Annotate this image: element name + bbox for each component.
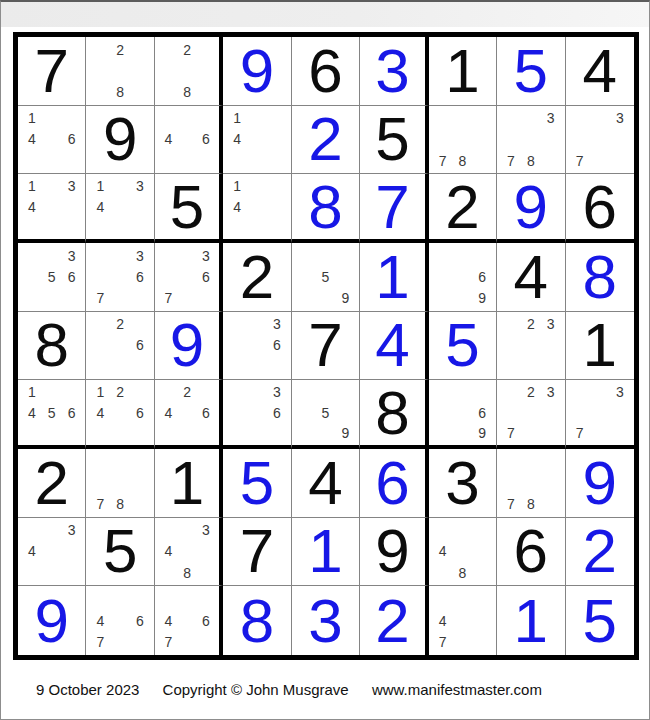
cell-r7c4[interactable]: 5 [223,449,291,518]
candidate-slot-empty [90,39,110,60]
cell-value-solved: 9 [170,314,204,376]
candidate-slot-empty [541,150,561,171]
cell-r6c2[interactable]: 1246 [86,380,154,449]
candidate-slot-empty [316,287,336,308]
cell-r8c3[interactable]: 348 [155,518,223,587]
candidate-slot-empty [110,197,130,217]
candidate-slot-empty [541,403,561,423]
candidate-slot-empty [159,150,178,171]
candidate-slot-empty [433,108,453,129]
candidate-slot-empty [247,403,267,423]
cell-value-given: 6 [514,520,548,582]
candidate-digit: 7 [159,631,178,653]
candidate-digit: 9 [335,287,355,308]
candidate-slot-empty [433,129,453,150]
candidate-slot-empty [433,423,453,443]
candidate-slot-empty [197,588,216,610]
candidate-slot-empty [433,562,453,583]
candidate-digit: 4 [433,541,453,562]
candidate-slot-empty [130,451,150,472]
candidate-slot-empty [227,403,247,423]
cell-value-given: 6 [308,40,342,102]
candidate-slot-empty [227,150,247,171]
candidate-digit: 4 [90,403,110,423]
cell-r3c1[interactable]: 134 [18,174,86,243]
candidate-slot-empty [335,403,355,423]
candidate-slot-empty [227,217,247,237]
candidate-slot-empty [521,472,541,493]
candidate-slot-empty [110,588,130,610]
cell-value-solved: 1 [514,590,548,652]
cell-r9c5[interactable]: 3 [292,586,360,655]
candidate-slot-empty [130,493,150,514]
cell-r9c9[interactable]: 5 [566,586,634,655]
cell-r3c8[interactable]: 9 [497,174,565,243]
cell-value-given: 2 [34,452,68,514]
candidate-digit: 5 [42,266,62,287]
cell-r8c2[interactable]: 5 [86,518,154,587]
cell-r5c7[interactable]: 5 [429,312,497,381]
candidate-digit: 7 [570,423,590,443]
candidate-slot-empty [521,356,541,377]
candidate-slot-empty [570,382,590,402]
candidate-digit: 1 [227,176,247,196]
candidate-digit: 3 [267,314,287,335]
candidate-slot-empty [501,403,521,423]
cell-r4c6[interactable]: 1 [360,243,428,312]
candidate-digit: 3 [62,245,82,266]
cell-r2c9[interactable]: 37 [566,106,634,175]
candidates-grid: 134 [90,176,149,237]
cell-r7c9[interactable]: 9 [566,449,634,518]
cell-r8c9[interactable]: 2 [566,518,634,587]
candidate-slot-empty [501,335,521,356]
candidate-slot-empty [90,314,110,335]
candidate-slot-empty [335,266,355,287]
cell-r7c3[interactable]: 1 [155,449,223,518]
candidates-grid: 37 [570,108,630,172]
cell-r5c5[interactable]: 7 [292,312,360,381]
cell-r5c6[interactable]: 4 [360,312,428,381]
candidate-digit: 4 [227,129,247,150]
candidate-slot-empty [90,451,110,472]
cell-value-solved: 7 [375,176,409,238]
candidate-slot-empty [178,541,197,562]
candidate-slot-empty [159,562,178,583]
cell-value-solved: 2 [375,590,409,652]
candidate-slot-empty [267,197,287,217]
cell-r2c2[interactable]: 9 [86,106,154,175]
candidate-digit: 2 [110,39,130,60]
cell-r6c1[interactable]: 1456 [18,380,86,449]
candidate-digit: 3 [130,245,150,266]
candidate-slot-empty [178,245,197,266]
candidate-slot-empty [501,451,521,472]
cell-value-given: 2 [445,176,479,238]
candidate-slot-empty [610,150,630,171]
candidate-digit: 4 [90,610,110,632]
candidates-grid: 78 [433,108,492,172]
cell-r9c7[interactable]: 47 [429,586,497,655]
candidates-grid: 59 [296,245,355,309]
cell-r3c4[interactable]: 14 [223,174,291,243]
cell-r3c9[interactable]: 6 [566,174,634,243]
candidate-digit: 2 [521,382,541,402]
candidate-slot-empty [197,60,216,81]
candidate-slot-empty [267,217,287,237]
candidate-digit: 4 [22,129,42,150]
candidate-digit: 2 [178,382,197,402]
candidate-digit: 3 [610,108,630,129]
candidates-grid: 1456 [22,382,81,443]
candidate-slot-empty [197,541,216,562]
candidate-slot-empty [472,108,492,129]
cell-r1c8[interactable]: 5 [497,37,565,106]
candidate-digit: 3 [197,245,216,266]
cell-r2c6[interactable]: 5 [360,106,428,175]
cell-r2c8[interactable]: 378 [497,106,565,175]
cell-r5c1[interactable]: 8 [18,312,86,381]
candidate-slot-empty [178,150,197,171]
candidate-slot-empty [22,423,42,443]
cell-r4c3[interactable]: 367 [155,243,223,312]
cell-r7c1[interactable]: 2 [18,449,86,518]
candidate-digit: 6 [62,129,82,150]
cell-r3c3[interactable]: 5 [155,174,223,243]
candidate-digit: 3 [541,314,561,335]
candidate-slot-empty [110,451,130,472]
candidate-slot-empty [62,287,82,308]
candidate-digit: 5 [42,403,62,423]
cell-r9c1[interactable]: 9 [18,586,86,655]
cell-r1c4[interactable]: 9 [223,37,291,106]
candidate-slot-empty [610,403,630,423]
candidate-slot-empty [296,382,316,402]
cell-r4c7[interactable]: 69 [429,243,497,312]
candidate-slot-empty [130,314,150,335]
cell-r5c2[interactable]: 26 [86,312,154,381]
cell-value-given: 7 [240,520,274,582]
candidate-digit: 7 [501,150,521,171]
cell-r6c4[interactable]: 36 [223,380,291,449]
cell-r8c6[interactable]: 9 [360,518,428,587]
candidate-slot-empty [159,588,178,610]
candidate-slot-empty [42,197,62,217]
cell-r8c8[interactable]: 6 [497,518,565,587]
footer-website: www.manifestmaster.com [372,681,542,698]
candidate-slot-empty [521,335,541,356]
candidate-slot-empty [472,245,492,266]
candidate-slot-empty [90,356,110,377]
candidate-digit: 7 [90,631,110,653]
candidate-slot-empty [62,382,82,402]
candidate-slot-empty [110,610,130,632]
candidate-slot-empty [472,129,492,150]
cell-r5c8[interactable]: 23 [497,312,565,381]
candidate-slot-empty [130,588,150,610]
cell-r6c3[interactable]: 246 [155,380,223,449]
candidates-grid: 46 [159,108,215,172]
candidate-slot-empty [90,217,110,237]
candidate-slot-empty [90,423,110,443]
cell-value-solved: 5 [240,452,274,514]
cell-r6c9[interactable]: 37 [566,380,634,449]
candidate-digit: 1 [22,382,42,402]
candidates-grid: 28 [159,39,215,103]
candidate-slot-empty [472,541,492,562]
cell-r1c6[interactable]: 3 [360,37,428,106]
cell-r2c1[interactable]: 146 [18,106,86,175]
candidate-digit: 6 [130,403,150,423]
candidates-grid: 14 [227,176,286,237]
cell-r7c5[interactable]: 4 [292,449,360,518]
candidate-digit: 4 [159,610,178,632]
candidate-slot-empty [472,588,492,610]
cell-value-solved: 8 [308,176,342,238]
cell-value-given: 4 [308,452,342,514]
candidate-slot-empty [22,287,42,308]
candidate-digit: 9 [335,423,355,443]
candidate-slot-empty [42,129,62,150]
candidate-digit: 4 [22,403,42,423]
candidate-slot-empty [42,108,62,129]
candidate-slot-empty [247,314,267,335]
candidate-slot-empty [590,403,610,423]
cell-r9c8[interactable]: 1 [497,586,565,655]
cell-r7c8[interactable]: 78 [497,449,565,518]
candidate-slot-empty [110,356,130,377]
cell-r1c5[interactable]: 6 [292,37,360,106]
cell-r8c5[interactable]: 1 [292,518,360,587]
cell-value-given: 5 [103,520,137,582]
candidate-digit: 2 [178,39,197,60]
candidate-slot-empty [501,356,521,377]
candidate-slot-empty [452,520,472,541]
candidate-digit: 8 [178,81,197,102]
candidates-grid: 36 [227,314,286,378]
candidate-digit: 6 [472,403,492,423]
candidate-slot-empty [90,60,110,81]
cell-r9c3[interactable]: 467 [155,586,223,655]
sudoku-page: 7282896315414694614257837837134134514872… [0,0,650,720]
cell-r6c7[interactable]: 69 [429,380,497,449]
candidate-slot-empty [296,423,316,443]
cell-value-solved: 9 [34,590,68,652]
candidate-slot-empty [159,382,178,402]
cell-r2c7[interactable]: 78 [429,106,497,175]
candidate-slot-empty [178,108,197,129]
cell-r7c6[interactable]: 6 [360,449,428,518]
cell-r9c4[interactable]: 8 [223,586,291,655]
candidate-slot-empty [452,631,472,653]
candidate-slot-empty [130,217,150,237]
candidate-slot-empty [247,176,267,196]
candidate-slot-empty [452,108,472,129]
candidate-slot-empty [501,314,521,335]
cell-r8c1[interactable]: 34 [18,518,86,587]
candidate-slot-empty [472,610,492,632]
cell-value-given: 1 [445,40,479,102]
cell-r2c5[interactable]: 2 [292,106,360,175]
cell-value-solved: 2 [308,108,342,170]
cell-r9c2[interactable]: 467 [86,586,154,655]
cell-r4c5[interactable]: 59 [292,243,360,312]
candidate-slot-empty [62,541,82,562]
cell-r6c8[interactable]: 237 [497,380,565,449]
candidate-slot-empty [110,60,130,81]
cell-r3c6[interactable]: 7 [360,174,428,243]
candidate-slot-empty [22,245,42,266]
candidate-slot-empty [197,382,216,402]
cell-value-solved: 6 [375,452,409,514]
cell-r1c1[interactable]: 7 [18,37,86,106]
candidate-slot-empty [247,197,267,217]
cell-r5c4[interactable]: 36 [223,312,291,381]
candidate-slot-empty [433,245,453,266]
candidate-slot-empty [433,588,453,610]
candidate-slot-empty [90,335,110,356]
candidate-digit: 7 [433,150,453,171]
candidate-slot-empty [42,562,62,583]
candidate-digit: 6 [472,266,492,287]
candidate-slot-empty [90,245,110,266]
candidate-digit: 5 [316,403,336,423]
cell-r5c3[interactable]: 9 [155,312,223,381]
cell-value-given: 4 [583,40,617,102]
candidate-slot-empty [22,217,42,237]
candidates-grid: 378 [501,108,560,172]
cell-r6c5[interactable]: 59 [292,380,360,449]
cell-r3c7[interactable]: 2 [429,174,497,243]
candidate-slot-empty [501,472,521,493]
cell-value-given: 7 [308,314,342,376]
candidate-slot-empty [130,356,150,377]
cell-value-given: 9 [103,108,137,170]
cell-r4c1[interactable]: 356 [18,243,86,312]
footer: 9 October 2023 Copyright © John Musgrave… [36,681,542,698]
candidate-slot-empty [247,335,267,356]
candidate-slot-empty [178,287,197,308]
candidate-slot-empty [197,39,216,60]
candidate-digit: 7 [90,287,110,308]
candidate-slot-empty [90,588,110,610]
cell-value-given: 6 [583,176,617,238]
candidates-grid: 23 [501,314,560,378]
candidate-digit: 8 [452,562,472,583]
cell-value-solved: 2 [583,520,617,582]
candidates-grid: 367 [159,245,215,309]
candidate-digit: 7 [501,493,521,514]
candidate-slot-empty [159,520,178,541]
cell-r8c7[interactable]: 48 [429,518,497,587]
candidate-slot-empty [541,451,561,472]
candidates-grid: 69 [433,382,492,443]
candidates-grid: 34 [22,520,81,584]
candidate-slot-empty [501,382,521,402]
candidate-digit: 7 [570,150,590,171]
cell-r7c2[interactable]: 78 [86,449,154,518]
cell-r5c9[interactable]: 1 [566,312,634,381]
candidate-slot-empty [90,472,110,493]
cell-r1c9[interactable]: 4 [566,37,634,106]
candidate-digit: 3 [130,176,150,196]
cell-r3c2[interactable]: 134 [86,174,154,243]
candidate-slot-empty [42,176,62,196]
cell-r4c2[interactable]: 367 [86,243,154,312]
candidate-digit: 6 [62,266,82,287]
cell-value-given: 8 [375,382,409,444]
cell-r2c4[interactable]: 14 [223,106,291,175]
candidate-digit: 6 [267,403,287,423]
cell-r1c2[interactable]: 28 [86,37,154,106]
candidate-digit: 1 [22,176,42,196]
candidate-slot-empty [521,423,541,443]
candidates-grid: 348 [159,520,215,584]
candidate-slot-empty [197,81,216,102]
candidate-slot-empty [90,266,110,287]
candidate-digit: 8 [452,150,472,171]
cell-r4c8[interactable]: 4 [497,243,565,312]
cell-value-solved: 1 [308,520,342,582]
cell-r9c6[interactable]: 2 [360,586,428,655]
candidate-slot-empty [247,150,267,171]
candidate-slot-empty [267,108,287,129]
candidate-digit: 3 [62,520,82,541]
candidates-grid: 367 [90,245,149,309]
candidate-digit: 3 [541,382,561,402]
candidate-slot-empty [197,562,216,583]
candidate-slot-empty [541,356,561,377]
candidate-slot-empty [130,382,150,402]
candidate-slot-empty [130,81,150,102]
candidate-slot-empty [521,451,541,472]
cell-value-given: 1 [170,452,204,514]
candidate-digit: 6 [197,403,216,423]
cell-r6c6[interactable]: 8 [360,380,428,449]
candidate-digit: 4 [22,197,42,217]
candidate-digit: 4 [159,541,178,562]
candidates-grid: 467 [159,588,215,653]
footer-date: 9 October 2023 [36,681,139,698]
candidate-digit: 8 [521,493,541,514]
candidate-slot-empty [227,423,247,443]
cell-r1c7[interactable]: 1 [429,37,497,106]
candidate-slot-empty [178,423,197,443]
cell-value-solved: 8 [240,590,274,652]
candidates-grid: 14 [227,108,286,172]
candidate-slot-empty [433,520,453,541]
cell-r3c5[interactable]: 8 [292,174,360,243]
candidate-slot-empty [590,423,610,443]
cell-value-solved: 3 [375,40,409,102]
cell-r4c4[interactable]: 2 [223,243,291,312]
cell-r2c3[interactable]: 46 [155,106,223,175]
candidates-grid: 134 [22,176,81,237]
cell-value-solved: 1 [375,246,409,308]
cell-r7c7[interactable]: 3 [429,449,497,518]
cell-value-solved: 9 [583,452,617,514]
cell-r4c9[interactable]: 8 [566,243,634,312]
candidate-slot-empty [247,356,267,377]
cell-r8c4[interactable]: 7 [223,518,291,587]
candidate-slot-empty [433,382,453,402]
candidate-slot-empty [197,287,216,308]
candidate-digit: 6 [62,403,82,423]
candidate-slot-empty [541,335,561,356]
candidate-digit: 3 [197,520,216,541]
candidate-digit: 2 [110,382,130,402]
cell-r1c3[interactable]: 28 [155,37,223,106]
